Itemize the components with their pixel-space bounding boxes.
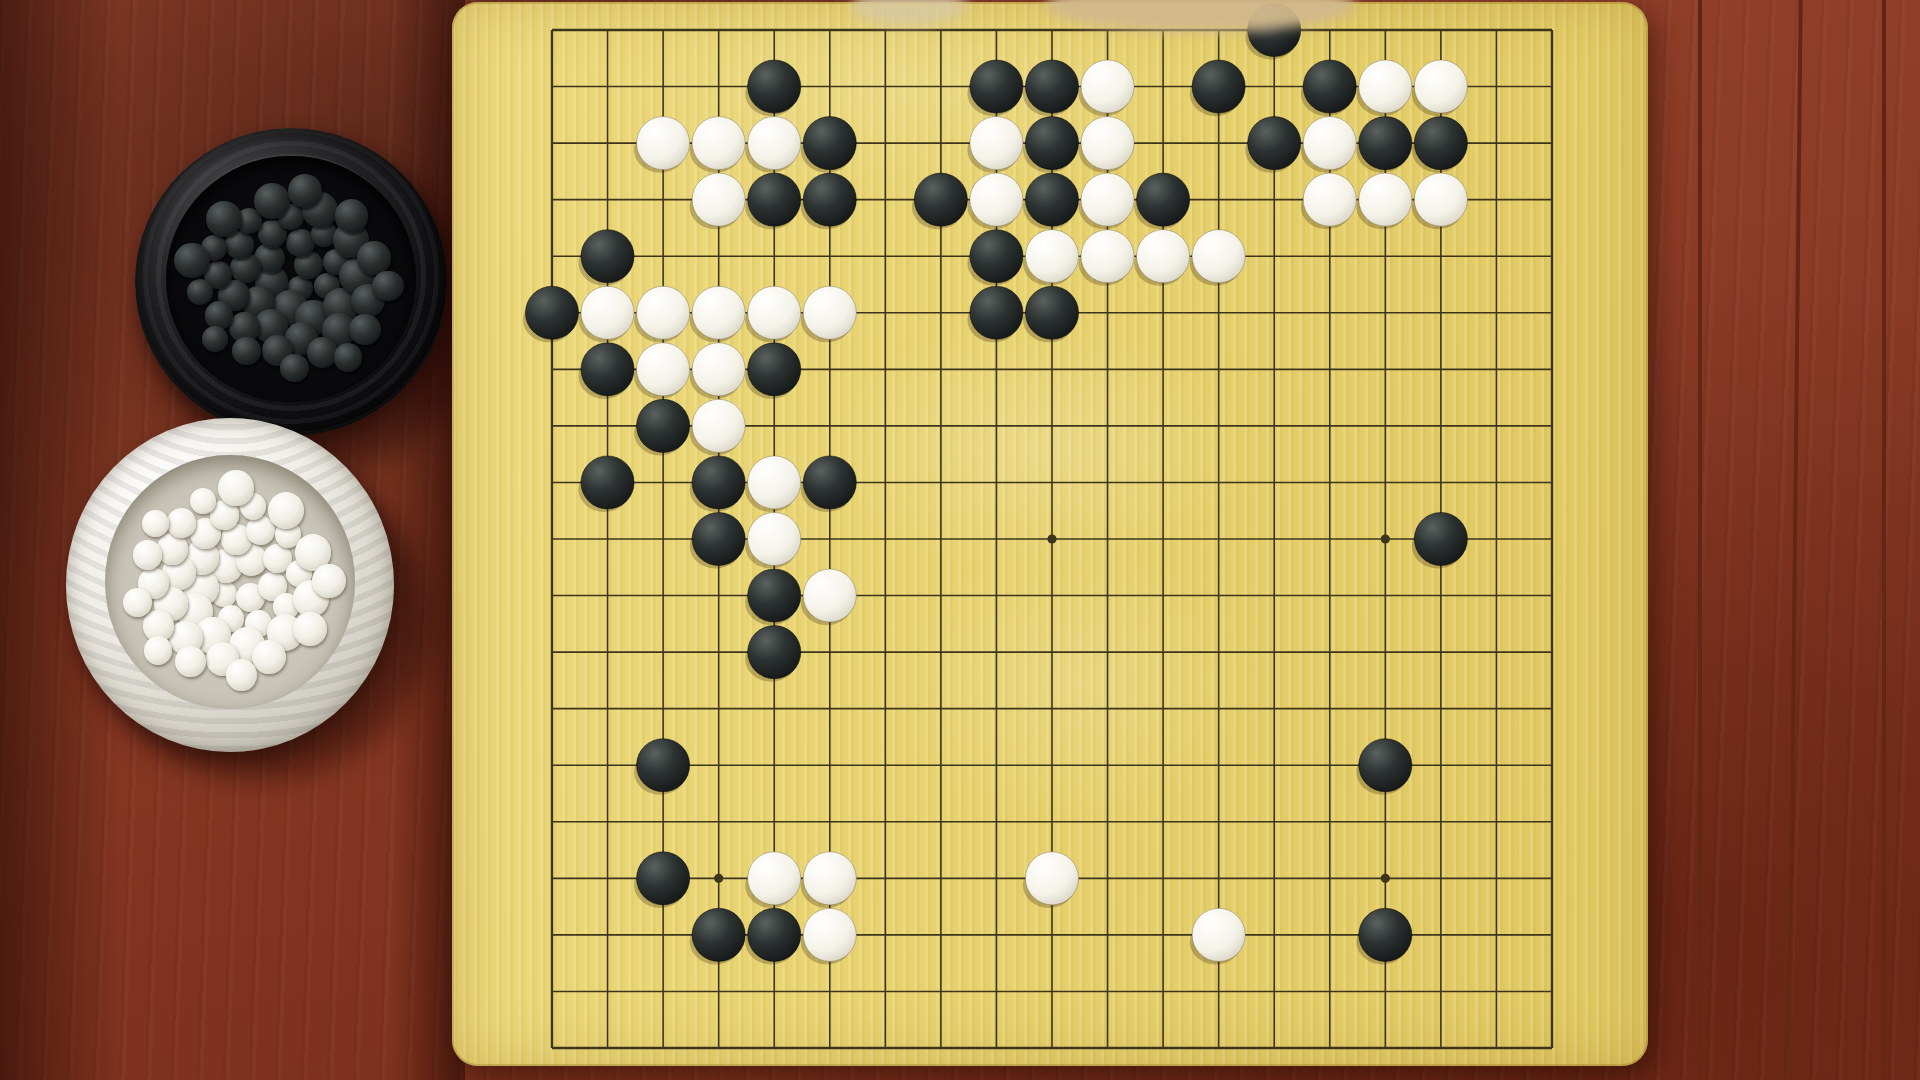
white-stone[interactable]	[748, 117, 801, 170]
white-stone-in-bowl	[226, 659, 257, 691]
white-stone-in-bowl	[142, 510, 168, 537]
white-stone[interactable]	[1414, 173, 1467, 226]
black-stone-in-bowl	[335, 199, 369, 232]
white-stone[interactable]	[692, 117, 745, 170]
white-stone[interactable]	[1081, 60, 1134, 113]
black-stone[interactable]	[692, 908, 745, 961]
black-stone-in-bowl	[349, 314, 380, 345]
board-grid[interactable]	[452, 2, 1648, 1066]
star-point	[1381, 534, 1390, 543]
white-stone-in-bowl	[157, 533, 188, 565]
black-stone-in-bowl	[232, 337, 261, 365]
black-stone-in-bowl	[254, 183, 290, 219]
white-stone[interactable]	[637, 343, 690, 396]
black-stone[interactable]	[748, 60, 801, 113]
black-stone[interactable]	[803, 117, 856, 170]
black-stone[interactable]	[914, 173, 967, 226]
white-stone[interactable]	[970, 173, 1023, 226]
black-stone[interactable]	[748, 569, 801, 622]
black-stone[interactable]	[581, 343, 634, 396]
white-stone[interactable]	[581, 286, 634, 339]
black-stone[interactable]	[970, 286, 1023, 339]
white-stone[interactable]	[748, 456, 801, 509]
white-stone-in-bowl	[167, 508, 196, 537]
black-stone-in-bowl	[280, 354, 309, 382]
white-stone-in-bowl	[312, 564, 346, 598]
white-stone[interactable]	[1081, 173, 1134, 226]
white-stone-in-bowl	[175, 646, 206, 678]
white-stone-in-bowl	[133, 540, 162, 569]
white-stone[interactable]	[748, 286, 801, 339]
white-stone[interactable]	[1025, 852, 1078, 905]
white-stone-in-bowl	[268, 492, 304, 529]
white-stone[interactable]	[637, 117, 690, 170]
table-plank-seam	[1698, 0, 1702, 1080]
white-stone[interactable]	[637, 286, 690, 339]
white-stone[interactable]	[1081, 230, 1134, 283]
black-stone[interactable]	[1359, 117, 1412, 170]
white-stone[interactable]	[803, 908, 856, 961]
white-stone-in-bowl	[144, 636, 173, 665]
white-stone[interactable]	[692, 286, 745, 339]
black-stone[interactable]	[748, 173, 801, 226]
black-stone-in-bowl	[174, 243, 210, 279]
white-stone[interactable]	[803, 852, 856, 905]
white-stone[interactable]	[1359, 60, 1412, 113]
black-stone[interactable]	[1359, 908, 1412, 961]
black-stone-in-bowl	[205, 301, 234, 329]
white-stone[interactable]	[1081, 117, 1134, 170]
black-stone-in-bowl	[357, 241, 391, 274]
black-stone[interactable]	[1414, 512, 1467, 565]
black-stone[interactable]	[1137, 173, 1190, 226]
white-bowl-opening	[105, 455, 354, 709]
black-stone[interactable]	[970, 60, 1023, 113]
black-stone-in-bowl	[288, 174, 322, 207]
white-stone[interactable]	[748, 512, 801, 565]
go-board[interactable]	[452, 2, 1648, 1066]
white-stone[interactable]	[692, 173, 745, 226]
star-point	[714, 874, 723, 883]
black-stone[interactable]	[970, 230, 1023, 283]
white-stone[interactable]	[1303, 117, 1356, 170]
black-stone-in-bowl	[334, 343, 363, 371]
black-stone[interactable]	[1303, 60, 1356, 113]
white-stone[interactable]	[692, 343, 745, 396]
black-stone[interactable]	[748, 626, 801, 679]
white-stone[interactable]	[1303, 173, 1356, 226]
white-stone[interactable]	[970, 117, 1023, 170]
star-point	[1047, 534, 1056, 543]
black-stone[interactable]	[1025, 117, 1078, 170]
black-stone[interactable]	[692, 456, 745, 509]
white-stone[interactable]	[1137, 230, 1190, 283]
black-stone-in-bowl	[206, 201, 242, 237]
white-stone-in-bowl	[218, 470, 254, 507]
black-stone[interactable]	[1414, 117, 1467, 170]
table-plank-seam	[1882, 0, 1886, 1080]
white-stone-in-bowl	[123, 588, 152, 617]
white-stone[interactable]	[803, 286, 856, 339]
black-stone[interactable]	[637, 739, 690, 792]
black-stone[interactable]	[803, 456, 856, 509]
star-point	[1381, 874, 1390, 883]
black-stone[interactable]	[637, 852, 690, 905]
black-stone[interactable]	[1192, 60, 1245, 113]
white-stone[interactable]	[1025, 230, 1078, 283]
white-stone-in-bowl	[252, 640, 286, 674]
black-stone[interactable]	[637, 399, 690, 452]
white-stone-bowl	[66, 418, 394, 752]
black-bowl-opening	[166, 156, 416, 402]
go-game-photo	[0, 0, 1920, 1080]
black-stone[interactable]	[1025, 60, 1078, 113]
white-stone[interactable]	[1414, 60, 1467, 113]
white-stone[interactable]	[748, 852, 801, 905]
white-stone[interactable]	[803, 569, 856, 622]
black-stone-bowl	[135, 128, 447, 436]
black-stone[interactable]	[581, 230, 634, 283]
black-stone[interactable]	[803, 173, 856, 226]
black-stone[interactable]	[1025, 173, 1078, 226]
black-stone[interactable]	[525, 286, 578, 339]
black-stone-in-bowl	[187, 279, 213, 305]
white-stone[interactable]	[1192, 230, 1245, 283]
black-stone-in-bowl	[202, 326, 228, 352]
black-stone[interactable]	[748, 343, 801, 396]
white-stone[interactable]	[1359, 173, 1412, 226]
black-stone[interactable]	[1025, 286, 1078, 339]
black-stone-in-bowl	[372, 271, 403, 302]
white-stone[interactable]	[692, 399, 745, 452]
black-stone[interactable]	[581, 456, 634, 509]
black-stone[interactable]	[1359, 739, 1412, 792]
white-stone-in-bowl	[293, 612, 327, 646]
white-stone[interactable]	[1192, 908, 1245, 961]
black-stone[interactable]	[692, 512, 745, 565]
black-stone[interactable]	[1248, 117, 1301, 170]
black-stone[interactable]	[748, 908, 801, 961]
